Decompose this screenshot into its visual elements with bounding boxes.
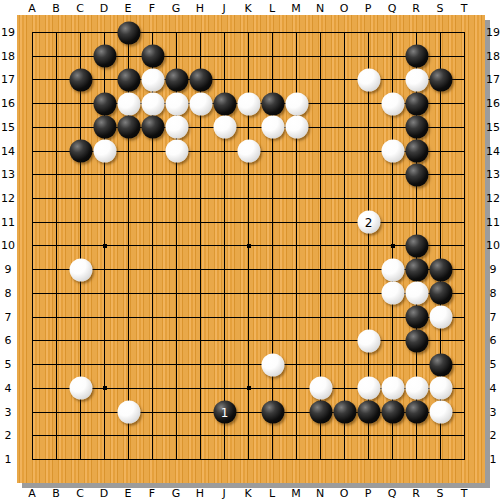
coord-label-right: 1	[490, 452, 497, 465]
coord-label-bottom: Q	[388, 487, 397, 500]
black-stone[interactable]	[93, 116, 116, 139]
coord-label-left: 9	[5, 263, 12, 276]
grid-line-horizontal	[32, 459, 465, 460]
white-stone[interactable]	[117, 92, 140, 115]
grid-line-horizontal	[32, 435, 465, 436]
white-stone[interactable]	[381, 140, 404, 163]
white-stone[interactable]	[285, 116, 308, 139]
coord-label-right: 3	[490, 405, 497, 418]
black-stone[interactable]	[117, 68, 140, 91]
white-stone[interactable]	[429, 306, 452, 329]
grid-line-vertical	[344, 32, 345, 460]
star-point	[391, 244, 395, 248]
black-stone[interactable]	[261, 401, 284, 424]
black-stone[interactable]	[333, 401, 356, 424]
coord-label-right: 5	[490, 358, 497, 371]
coord-label-right: 14	[486, 144, 500, 157]
grid-line-horizontal	[32, 364, 465, 365]
coord-label-top: C	[76, 2, 84, 15]
coord-label-right: 15	[486, 120, 500, 133]
black-stone[interactable]	[381, 401, 404, 424]
coord-label-top: R	[412, 2, 420, 15]
white-stone[interactable]	[429, 377, 452, 400]
black-stone[interactable]	[141, 45, 164, 68]
coord-label-left: 6	[5, 334, 12, 347]
coord-label-left: 16	[1, 97, 15, 110]
black-stone[interactable]	[405, 258, 428, 281]
white-stone[interactable]	[381, 92, 404, 115]
coord-label-bottom: J	[222, 487, 225, 500]
white-stone[interactable]	[381, 282, 404, 305]
white-stone[interactable]	[237, 140, 260, 163]
coord-label-top: A	[28, 2, 36, 15]
black-stone[interactable]	[405, 163, 428, 186]
coord-label-top: N	[316, 2, 324, 15]
coord-label-right: 9	[490, 263, 497, 276]
black-stone[interactable]	[405, 92, 428, 115]
black-stone[interactable]	[405, 116, 428, 139]
white-stone[interactable]	[381, 377, 404, 400]
coord-label-top: T	[461, 2, 468, 15]
white-stone[interactable]	[213, 116, 236, 139]
go-diagram: 21AABBCCDDEEFFGGHHJJKKLLMMNNOOPPQQRRSSTT…	[0, 0, 500, 500]
grid-line-horizontal	[32, 317, 465, 318]
coord-label-left: 11	[1, 215, 15, 228]
coord-label-bottom: O	[340, 487, 349, 500]
white-stone[interactable]	[165, 92, 188, 115]
black-stone[interactable]	[405, 329, 428, 352]
coord-label-top: O	[340, 2, 349, 15]
coord-label-top: K	[244, 2, 251, 15]
black-stone[interactable]	[429, 258, 452, 281]
coord-label-left: 3	[5, 405, 12, 418]
grid-line-horizontal	[32, 340, 465, 341]
black-stone[interactable]	[117, 116, 140, 139]
star-point	[103, 244, 107, 248]
coord-label-bottom: P	[365, 487, 372, 500]
coord-label-bottom: H	[196, 487, 204, 500]
coord-label-right: 8	[490, 286, 497, 299]
coord-label-left: 4	[5, 381, 12, 394]
black-stone[interactable]	[405, 401, 428, 424]
coord-label-left: 1	[5, 452, 12, 465]
coord-label-top: S	[437, 2, 444, 15]
black-stone[interactable]	[165, 68, 188, 91]
black-stone[interactable]	[357, 401, 380, 424]
coord-label-top: F	[149, 2, 155, 15]
coord-label-left: 18	[1, 49, 15, 62]
black-stone[interactable]	[93, 45, 116, 68]
white-stone[interactable]	[357, 68, 380, 91]
coord-label-right: 6	[490, 334, 497, 347]
coord-label-top: B	[52, 2, 60, 15]
black-stone[interactable]	[117, 21, 140, 44]
coord-label-bottom: E	[125, 487, 132, 500]
coord-label-left: 12	[1, 192, 15, 205]
black-stone[interactable]	[213, 92, 236, 115]
white-stone[interactable]	[237, 92, 260, 115]
coord-label-bottom: S	[437, 487, 444, 500]
white-stone[interactable]	[261, 116, 284, 139]
white-stone[interactable]	[357, 329, 380, 352]
white-stone[interactable]	[429, 401, 452, 424]
coord-label-top: P	[365, 2, 372, 15]
coord-label-right: 2	[490, 429, 497, 442]
coord-label-left: 15	[1, 120, 15, 133]
white-stone[interactable]	[405, 68, 428, 91]
white-stone[interactable]	[165, 140, 188, 163]
black-stone[interactable]	[93, 92, 116, 115]
coord-label-right: 18	[486, 49, 500, 62]
coord-label-left: 2	[5, 429, 12, 442]
coord-label-right: 19	[486, 26, 500, 39]
coord-label-left: 7	[5, 310, 12, 323]
coord-label-left: 17	[1, 73, 15, 86]
white-stone[interactable]	[405, 377, 428, 400]
coord-label-left: 14	[1, 144, 15, 157]
white-stone[interactable]	[93, 140, 116, 163]
coord-label-bottom: D	[100, 487, 108, 500]
white-stone[interactable]	[165, 116, 188, 139]
black-stone[interactable]	[69, 68, 92, 91]
white-stone[interactable]	[189, 92, 212, 115]
white-stone[interactable]	[285, 92, 308, 115]
coord-label-top: H	[196, 2, 204, 15]
white-stone[interactable]: 2	[357, 211, 380, 234]
black-stone[interactable]	[69, 140, 92, 163]
coord-label-left: 13	[1, 168, 15, 181]
star-point	[247, 386, 251, 390]
coord-label-bottom: B	[52, 487, 60, 500]
coord-label-top: D	[100, 2, 108, 15]
black-stone[interactable]	[405, 45, 428, 68]
black-stone[interactable]	[405, 140, 428, 163]
white-stone[interactable]	[309, 377, 332, 400]
white-stone[interactable]	[141, 68, 164, 91]
coord-label-bottom: F	[149, 487, 155, 500]
white-stone[interactable]	[381, 258, 404, 281]
coord-label-left: 19	[1, 26, 15, 39]
coord-label-top: G	[172, 2, 181, 15]
star-point	[247, 244, 251, 248]
coord-label-right: 4	[490, 381, 497, 394]
coord-label-right: 11	[486, 215, 500, 228]
black-stone[interactable]	[429, 282, 452, 305]
white-stone[interactable]	[405, 282, 428, 305]
coord-label-bottom: T	[461, 487, 468, 500]
coord-label-bottom: K	[244, 487, 251, 500]
coord-label-left: 10	[1, 239, 15, 252]
coord-label-top: E	[125, 2, 132, 15]
coord-label-bottom: N	[316, 487, 324, 500]
coord-label-bottom: G	[172, 487, 181, 500]
white-stone[interactable]	[69, 258, 92, 281]
star-point	[103, 386, 107, 390]
coord-label-left: 5	[5, 358, 12, 371]
coord-label-top: M	[291, 2, 301, 15]
coord-label-right: 16	[486, 97, 500, 110]
black-stone[interactable]	[309, 401, 332, 424]
black-stone[interactable]	[429, 353, 452, 376]
white-stone[interactable]	[357, 377, 380, 400]
black-stone[interactable]	[405, 306, 428, 329]
white-stone[interactable]	[141, 92, 164, 115]
black-stone[interactable]	[189, 68, 212, 91]
black-stone[interactable]	[429, 68, 452, 91]
black-stone[interactable]	[141, 116, 164, 139]
coord-label-right: 17	[486, 73, 500, 86]
coord-label-bottom: L	[269, 487, 275, 500]
coord-label-bottom: M	[291, 487, 301, 500]
move-number-2: 2	[357, 211, 380, 234]
coord-label-top: L	[269, 2, 275, 15]
coord-label-top: J	[222, 2, 225, 15]
grid-line-vertical	[464, 32, 465, 460]
coord-label-bottom: R	[412, 487, 420, 500]
coord-label-right: 13	[486, 168, 500, 181]
coord-label-right: 7	[490, 310, 497, 323]
white-stone[interactable]	[261, 353, 284, 376]
black-stone[interactable]: 1	[213, 401, 236, 424]
move-number-1: 1	[213, 401, 236, 424]
white-stone[interactable]	[117, 401, 140, 424]
coord-label-bottom: A	[28, 487, 36, 500]
coord-label-right: 12	[486, 192, 500, 205]
coord-label-top: Q	[388, 2, 397, 15]
black-stone[interactable]	[261, 92, 284, 115]
white-stone[interactable]	[69, 377, 92, 400]
coord-label-right: 10	[486, 239, 500, 252]
coord-label-bottom: C	[76, 487, 84, 500]
black-stone[interactable]	[405, 234, 428, 257]
coord-label-left: 8	[5, 286, 12, 299]
